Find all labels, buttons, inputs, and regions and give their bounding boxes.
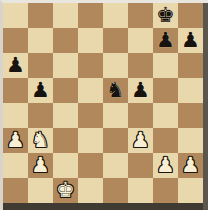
square-h7[interactable]: ♟ (178, 28, 203, 53)
chess-board: ♚♟♟♟♟♞♟♟♞♟♟♟♟♚ (3, 3, 203, 203)
frame-shadow-edge (203, 0, 208, 210)
chess-board-frame: ♚♟♟♟♟♞♟♟♞♟♟♟♟♚ (0, 0, 208, 210)
square-h8[interactable] (178, 3, 203, 28)
square-b4[interactable] (28, 103, 53, 128)
square-e3[interactable] (103, 128, 128, 153)
square-g2[interactable]: ♟ (153, 153, 178, 178)
square-b1[interactable] (28, 178, 53, 203)
square-a4[interactable] (3, 103, 28, 128)
square-f7[interactable] (128, 28, 153, 53)
piece-black-pawn-h7[interactable]: ♟ (178, 28, 203, 53)
square-a6[interactable]: ♟ (3, 53, 28, 78)
square-f6[interactable] (128, 53, 153, 78)
square-h1[interactable] (178, 178, 203, 203)
square-c8[interactable] (53, 3, 78, 28)
square-f3[interactable]: ♟ (128, 128, 153, 153)
square-d8[interactable] (78, 3, 103, 28)
square-f4[interactable] (128, 103, 153, 128)
square-g4[interactable] (153, 103, 178, 128)
piece-white-knight-b3[interactable]: ♞ (28, 128, 53, 153)
square-e7[interactable] (103, 28, 128, 53)
piece-white-pawn-g2[interactable]: ♟ (153, 153, 178, 178)
square-a1[interactable] (3, 178, 28, 203)
square-d7[interactable] (78, 28, 103, 53)
piece-white-king-c1[interactable]: ♚ (53, 178, 78, 203)
square-b5[interactable]: ♟ (28, 78, 53, 103)
square-b2[interactable]: ♟ (28, 153, 53, 178)
square-g8[interactable]: ♚ (153, 3, 178, 28)
square-c3[interactable] (53, 128, 78, 153)
square-h2[interactable]: ♟ (178, 153, 203, 178)
square-f5[interactable]: ♟ (128, 78, 153, 103)
square-e4[interactable] (103, 103, 128, 128)
piece-white-pawn-b2[interactable]: ♟ (28, 153, 53, 178)
square-d4[interactable] (78, 103, 103, 128)
piece-white-pawn-f3[interactable]: ♟ (128, 128, 153, 153)
piece-black-pawn-a6[interactable]: ♟ (3, 53, 28, 78)
square-g7[interactable]: ♟ (153, 28, 178, 53)
piece-black-pawn-g7[interactable]: ♟ (153, 28, 178, 53)
square-e6[interactable] (103, 53, 128, 78)
square-c2[interactable] (53, 153, 78, 178)
square-c1[interactable]: ♚ (53, 178, 78, 203)
piece-black-king-g8[interactable]: ♚ (153, 3, 178, 28)
square-c4[interactable] (53, 103, 78, 128)
square-e5[interactable]: ♞ (103, 78, 128, 103)
square-h4[interactable] (178, 103, 203, 128)
square-c6[interactable] (53, 53, 78, 78)
square-d6[interactable] (78, 53, 103, 78)
piece-black-pawn-f5[interactable]: ♟ (128, 78, 153, 103)
square-b3[interactable]: ♞ (28, 128, 53, 153)
square-c7[interactable] (53, 28, 78, 53)
square-c5[interactable] (53, 78, 78, 103)
square-a5[interactable] (3, 78, 28, 103)
square-g1[interactable] (153, 178, 178, 203)
square-e1[interactable] (103, 178, 128, 203)
square-g3[interactable] (153, 128, 178, 153)
piece-white-pawn-a3[interactable]: ♟ (3, 128, 28, 153)
square-d5[interactable] (78, 78, 103, 103)
square-d3[interactable] (78, 128, 103, 153)
square-d1[interactable] (78, 178, 103, 203)
square-f8[interactable] (128, 3, 153, 28)
square-f1[interactable] (128, 178, 153, 203)
square-b7[interactable] (28, 28, 53, 53)
square-b6[interactable] (28, 53, 53, 78)
square-e2[interactable] (103, 153, 128, 178)
square-a3[interactable]: ♟ (3, 128, 28, 153)
square-h5[interactable] (178, 78, 203, 103)
square-e8[interactable] (103, 3, 128, 28)
piece-black-pawn-b5[interactable]: ♟ (28, 78, 53, 103)
square-g5[interactable] (153, 78, 178, 103)
square-g6[interactable] (153, 53, 178, 78)
square-h3[interactable] (178, 128, 203, 153)
square-d2[interactable] (78, 153, 103, 178)
piece-white-pawn-h2[interactable]: ♟ (178, 153, 203, 178)
square-a2[interactable] (3, 153, 28, 178)
square-f2[interactable] (128, 153, 153, 178)
square-a7[interactable] (3, 28, 28, 53)
square-b8[interactable] (28, 3, 53, 28)
square-h6[interactable] (178, 53, 203, 78)
square-a8[interactable] (3, 3, 28, 28)
piece-black-knight-e5[interactable]: ♞ (103, 78, 128, 103)
